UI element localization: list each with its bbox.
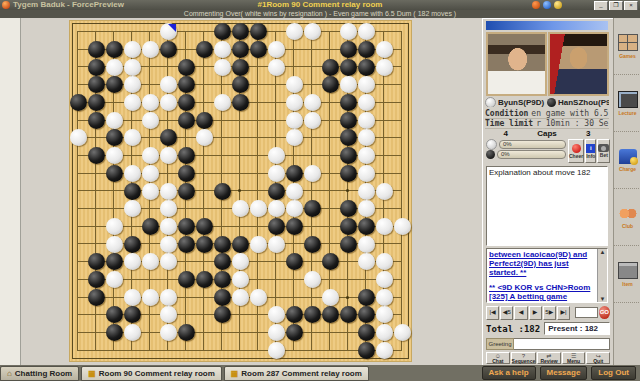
white-stone[interactable] — [160, 289, 177, 306]
black-stone[interactable] — [178, 94, 195, 111]
left-margin-strip — [0, 18, 21, 365]
white-vote-track: 0% — [499, 140, 566, 149]
nav-button-1[interactable]: ◀5 — [500, 306, 513, 320]
white-stone[interactable] — [214, 59, 231, 76]
black-stone[interactable] — [322, 59, 339, 76]
black-stone[interactable] — [106, 324, 123, 341]
club-icon — [619, 206, 637, 221]
bet-button[interactable]: Bet — [597, 139, 610, 163]
black-player-photo — [548, 32, 609, 96]
black-stone[interactable] — [286, 324, 303, 341]
black-stone[interactable] — [178, 324, 195, 341]
footer-buttons: Ask a helpMessageLog Out — [482, 366, 636, 380]
white-stone[interactable] — [250, 289, 267, 306]
black-stone[interactable] — [106, 165, 123, 182]
white-stone[interactable] — [394, 324, 411, 341]
white-stone[interactable] — [160, 306, 177, 323]
black-vote-bar: 0% — [486, 150, 566, 158]
white-stone[interactable] — [160, 23, 177, 40]
white-stone[interactable] — [268, 306, 285, 323]
greeting-row: Greeting — [486, 338, 610, 350]
white-stone[interactable] — [376, 59, 393, 76]
charge-label: Charge — [619, 166, 636, 172]
white-stone[interactable] — [322, 289, 339, 306]
white-stone[interactable] — [358, 200, 375, 217]
black-stone[interactable] — [178, 59, 195, 76]
black-stone[interactable] — [358, 289, 375, 306]
nav-button-4[interactable]: 5▶ — [543, 306, 556, 320]
white-player-name-row: ByunS(P9D) — [485, 97, 547, 107]
black-stone[interactable] — [88, 271, 105, 288]
lecture-label: Lecture — [618, 110, 636, 116]
black-stone[interactable] — [268, 183, 285, 200]
black-stone[interactable] — [340, 41, 357, 58]
white-stone[interactable] — [160, 147, 177, 164]
service-sidebar: GamesLectureChargeClubItem — [613, 18, 640, 365]
white-stone[interactable] — [340, 76, 357, 93]
cheer-icon — [572, 144, 581, 153]
white-stone[interactable] — [286, 23, 303, 40]
white-stone[interactable] — [160, 76, 177, 93]
chat-message: between icaoicao(9D) and Perfect2(9D) ha… — [489, 250, 596, 277]
black-stone[interactable] — [88, 41, 105, 58]
white-stone[interactable] — [232, 253, 249, 270]
white-stone[interactable] — [286, 200, 303, 217]
white-stone[interactable] — [124, 76, 141, 93]
chat-box[interactable]: between icaoicao(9D) and Perfect2(9D) ha… — [486, 248, 608, 303]
sidebar-item-charge[interactable]: Charge — [614, 132, 640, 189]
white-stone[interactable] — [160, 94, 177, 111]
white-stone[interactable] — [106, 147, 123, 164]
move-number-input[interactable] — [575, 307, 598, 318]
white-stone[interactable] — [142, 289, 159, 306]
greeting-label: Greeting — [486, 338, 514, 350]
total-moves-label: Total :182 — [486, 324, 540, 334]
black-captures-count: 3 — [568, 129, 609, 138]
black-stone[interactable] — [286, 253, 303, 270]
black-stone[interactable] — [196, 271, 213, 288]
white-stone[interactable] — [376, 183, 393, 200]
tab-room-1[interactable]: ▦Room 90 Comment relay room — [81, 366, 222, 381]
white-stone[interactable] — [142, 147, 159, 164]
black-stone[interactable] — [286, 218, 303, 235]
black-stone[interactable] — [124, 306, 141, 323]
black-stone[interactable] — [88, 147, 105, 164]
white-stone[interactable] — [376, 218, 393, 235]
white-stone[interactable] — [124, 289, 141, 306]
white-stone[interactable] — [286, 94, 303, 111]
white-stone[interactable] — [304, 112, 321, 129]
black-stone[interactable] — [214, 271, 231, 288]
explanation-box[interactable]: Explanation about move 182 — [486, 166, 608, 246]
white-stone[interactable] — [286, 183, 303, 200]
chat-message: ** <9D KOR vs CHN>Room [325] A betting g… — [489, 283, 596, 303]
game-result-bar: Commenting Over( white wins by resignati… — [0, 10, 640, 18]
black-stone[interactable] — [214, 253, 231, 270]
sidebar-item-item[interactable]: Item — [614, 246, 640, 303]
white-stone[interactable] — [376, 41, 393, 58]
white-stone[interactable] — [394, 218, 411, 235]
white-stone[interactable] — [124, 200, 141, 217]
black-stone[interactable] — [178, 112, 195, 129]
scroll-up-icon[interactable]: ▲ — [598, 249, 607, 255]
cheer-label: Cheer — [569, 153, 583, 159]
white-stone[interactable] — [70, 129, 87, 146]
nav-button-2[interactable]: ◀ — [514, 306, 527, 320]
black-stone[interactable] — [106, 306, 123, 323]
black-stone[interactable] — [178, 271, 195, 288]
board-grid[interactable] — [69, 23, 412, 362]
present-move-box: Present : 182 — [544, 322, 610, 335]
black-stone[interactable] — [358, 324, 375, 341]
white-stone[interactable] — [124, 324, 141, 341]
white-player-photo — [486, 32, 547, 96]
black-stone[interactable] — [178, 236, 195, 253]
white-stone[interactable] — [268, 200, 285, 217]
item-icon — [618, 262, 638, 279]
review-button[interactable]: ⇄Review — [537, 352, 561, 364]
menu-button[interactable]: ☰Menu — [562, 352, 586, 364]
quit-button[interactable]: ↪Quit — [586, 352, 610, 364]
white-stone-icon — [486, 139, 497, 150]
move-count-row: Total :182 Present : 182 — [486, 322, 610, 335]
white-stone[interactable] — [268, 324, 285, 341]
white-stone[interactable] — [160, 183, 177, 200]
chat-label: Chat — [492, 359, 503, 364]
white-stone[interactable] — [124, 94, 141, 111]
black-stone[interactable] — [340, 236, 357, 253]
white-stone[interactable] — [124, 41, 141, 58]
item-label: Item — [622, 281, 632, 287]
black-stone[interactable] — [358, 218, 375, 235]
white-stone[interactable] — [376, 342, 393, 359]
sidebar-item-club[interactable]: Club — [614, 189, 640, 246]
condition-value: en game with 6.5 D — [531, 109, 609, 118]
black-stone[interactable] — [358, 342, 375, 359]
tool-buttons: ☺Chat?Sequence⇄Review☰Menu↪Quit — [486, 352, 610, 364]
white-stone[interactable] — [340, 23, 357, 40]
white-vote-bar: 0% — [486, 140, 566, 148]
black-stone[interactable] — [232, 41, 249, 58]
white-stone[interactable] — [232, 289, 249, 306]
white-stone[interactable] — [376, 253, 393, 270]
white-stone[interactable] — [106, 112, 123, 129]
white-stone[interactable] — [358, 183, 375, 200]
black-stone[interactable] — [340, 200, 357, 217]
black-stone[interactable] — [178, 165, 195, 182]
black-stone[interactable] — [286, 306, 303, 323]
bottom-bar: ⌂Chatting Room▦Room 90 Comment relay roo… — [0, 365, 640, 381]
black-stone[interactable] — [178, 147, 195, 164]
white-stone[interactable] — [142, 41, 159, 58]
tab-label: Room 90 Comment relay room — [99, 367, 215, 380]
white-stone[interactable] — [124, 59, 141, 76]
captures-row: 4 Caps 3 — [485, 129, 609, 138]
black-stone[interactable] — [232, 94, 249, 111]
white-stone[interactable] — [268, 41, 285, 58]
black-stone[interactable] — [340, 218, 357, 235]
white-stone[interactable] — [214, 41, 231, 58]
white-stone[interactable] — [358, 147, 375, 164]
review-label: Review — [540, 359, 557, 364]
white-stone[interactable] — [142, 253, 159, 270]
club-label: Club — [622, 223, 633, 229]
black-stone[interactable] — [214, 236, 231, 253]
black-stone[interactable] — [232, 23, 249, 40]
info-button[interactable]: iInfo — [585, 139, 596, 163]
white-stone[interactable] — [142, 112, 159, 129]
titlebar-status-icons — [532, 1, 562, 9]
time-limit-value: r 10min : 30 Sec / — [536, 119, 609, 128]
white-player-name: ByunS(P9D) — [498, 98, 544, 107]
white-stone[interactable] — [286, 112, 303, 129]
tygem-go-client: { "game": "go", "window": { "title": "Ty… — [0, 0, 640, 381]
black-stone[interactable] — [358, 41, 375, 58]
white-stone[interactable] — [160, 253, 177, 270]
black-stone[interactable] — [178, 218, 195, 235]
black-stone[interactable] — [106, 76, 123, 93]
room-tabs: ⌂Chatting Room▦Room 90 Comment relay roo… — [0, 366, 369, 381]
black-stone[interactable] — [340, 112, 357, 129]
nav-button-3[interactable]: ▶ — [529, 306, 542, 320]
nav-button-5[interactable]: ▶| — [557, 306, 570, 320]
black-stone[interactable] — [232, 59, 249, 76]
white-stone[interactable] — [358, 165, 375, 182]
session-icon[interactable] — [532, 1, 540, 9]
white-stone[interactable] — [124, 129, 141, 146]
info-label: Info — [586, 153, 595, 159]
photo-panel-header — [486, 21, 608, 30]
cheer-button[interactable]: Cheer — [568, 139, 584, 163]
black-stone[interactable] — [214, 183, 231, 200]
sidebar-item-lecture[interactable]: Lecture — [614, 75, 640, 132]
info-buttons: CheeriInfoBet — [568, 139, 610, 163]
black-stone[interactable] — [340, 129, 357, 146]
go-board[interactable] — [69, 20, 412, 362]
message-button[interactable]: Message — [540, 366, 588, 380]
white-captures-count: 4 — [485, 129, 526, 138]
black-stone[interactable] — [142, 218, 159, 235]
white-stone[interactable] — [304, 23, 321, 40]
white-stone[interactable] — [160, 200, 177, 217]
white-stone[interactable] — [232, 271, 249, 288]
time-limit-label: Time limit — [485, 119, 533, 128]
white-stone[interactable] — [160, 218, 177, 235]
menu-label: Menu — [567, 359, 580, 364]
board-icon: ▦ — [231, 367, 239, 380]
white-stone[interactable] — [304, 165, 321, 182]
black-stone[interactable] — [358, 59, 375, 76]
condition-label: Condition — [485, 109, 528, 118]
white-stone[interactable] — [250, 200, 267, 217]
sidebar-item-games[interactable]: Games — [614, 18, 640, 75]
black-stone[interactable] — [340, 165, 357, 182]
white-stone[interactable] — [268, 342, 285, 359]
black-stone-icon — [547, 98, 556, 107]
black-stone[interactable] — [88, 253, 105, 270]
ask-a-help-button[interactable]: Ask a help — [482, 366, 536, 380]
black-stone[interactable] — [178, 76, 195, 93]
black-stone[interactable] — [340, 94, 357, 111]
black-stone[interactable] — [160, 129, 177, 146]
black-stone[interactable] — [88, 94, 105, 111]
black-stone[interactable] — [232, 236, 249, 253]
info-icon: i — [586, 144, 595, 153]
game-info-panel: ByunS(P9D) HanSZhou(P9D) Condition en ga… — [482, 18, 614, 367]
tab-room-2[interactable]: ▦Room 287 Comment relay room — [224, 366, 369, 381]
black-stone[interactable] — [196, 41, 213, 58]
black-stone[interactable] — [106, 129, 123, 146]
white-stone[interactable] — [304, 271, 321, 288]
lamp-icon[interactable] — [554, 1, 562, 9]
charge-icon — [619, 149, 637, 164]
white-stone[interactable] — [214, 94, 231, 111]
captures-label: Caps — [526, 129, 567, 138]
white-stone[interactable] — [358, 23, 375, 40]
white-stone[interactable] — [358, 76, 375, 93]
tab-label: Chatting Room — [15, 367, 72, 380]
black-stone[interactable] — [196, 236, 213, 253]
black-vote-track: 0% — [497, 150, 566, 159]
move-navigation: |◀◀5◀▶5▶▶| GO — [486, 306, 610, 319]
black-stone[interactable] — [196, 218, 213, 235]
greeting-input[interactable] — [514, 338, 610, 350]
white-stone[interactable] — [160, 236, 177, 253]
black-stone[interactable] — [268, 218, 285, 235]
black-player-name-row: HanSZhou(P9D) — [547, 97, 609, 107]
last-move-marker — [168, 24, 176, 32]
black-stone[interactable] — [250, 23, 267, 40]
black-stone[interactable] — [214, 23, 231, 40]
black-stone[interactable] — [286, 165, 303, 182]
white-stone[interactable] — [376, 289, 393, 306]
white-stone[interactable] — [376, 324, 393, 341]
black-stone[interactable] — [106, 41, 123, 58]
condition-row: Condition en game with 6.5 D — [485, 109, 609, 119]
white-stone[interactable] — [358, 129, 375, 146]
bet-icon — [598, 144, 609, 152]
black-stone[interactable] — [304, 236, 321, 253]
white-stone[interactable] — [304, 94, 321, 111]
white-stone[interactable] — [358, 253, 375, 270]
black-stone[interactable] — [214, 306, 231, 323]
black-stone[interactable] — [178, 183, 195, 200]
white-stone[interactable] — [160, 324, 177, 341]
black-stone-icon — [486, 150, 495, 159]
white-stone[interactable] — [106, 236, 123, 253]
white-stone[interactable] — [268, 59, 285, 76]
black-stone[interactable] — [124, 236, 141, 253]
black-stone[interactable] — [322, 76, 339, 93]
lecture-icon — [618, 91, 638, 108]
black-stone[interactable] — [322, 253, 339, 270]
scroll-down-icon[interactable]: ▼ — [598, 296, 607, 302]
white-stone[interactable] — [106, 218, 123, 235]
black-stone[interactable] — [340, 147, 357, 164]
sequence-label: Sequence — [512, 359, 536, 364]
log-out-button[interactable]: Log Out — [591, 366, 636, 380]
white-stone[interactable] — [196, 129, 213, 146]
black-stone[interactable] — [196, 112, 213, 129]
black-stone[interactable] — [214, 289, 231, 306]
black-stone[interactable] — [88, 59, 105, 76]
nav-button-0[interactable]: |◀ — [486, 306, 499, 320]
board-icon: ▦ — [88, 367, 96, 380]
white-stone[interactable] — [268, 147, 285, 164]
black-stone[interactable] — [250, 41, 267, 58]
white-stone[interactable] — [268, 236, 285, 253]
globe-icon[interactable] — [543, 1, 551, 9]
tab-chatting-room[interactable]: ⌂Chatting Room — [0, 366, 79, 381]
chat-button[interactable]: ☺Chat — [486, 352, 510, 364]
black-stone[interactable] — [88, 76, 105, 93]
go-button[interactable]: GO — [599, 306, 610, 319]
white-stone-icon — [485, 97, 496, 107]
black-stone[interactable] — [340, 59, 357, 76]
tab-label: Room 287 Comment relay room — [241, 367, 361, 380]
quit-label: Quit — [593, 359, 603, 364]
white-stone[interactable] — [376, 271, 393, 288]
white-stone[interactable] — [376, 306, 393, 323]
white-stone[interactable] — [106, 271, 123, 288]
bet-label: Bet — [600, 152, 608, 158]
white-stone[interactable] — [286, 129, 303, 146]
sequence-button[interactable]: ?Sequence — [511, 352, 537, 364]
white-stone[interactable] — [124, 165, 141, 182]
white-stone[interactable] — [268, 165, 285, 182]
black-stone[interactable] — [160, 41, 177, 58]
white-stone[interactable] — [232, 200, 249, 217]
black-stone[interactable] — [124, 183, 141, 200]
games-icon — [618, 34, 638, 51]
home-icon: ⌂ — [7, 367, 12, 380]
white-stone[interactable] — [142, 94, 159, 111]
white-stone[interactable] — [286, 76, 303, 93]
white-stone[interactable] — [142, 165, 159, 182]
time-limit-row: Time limit r 10min : 30 Sec / — [485, 119, 609, 129]
black-stone[interactable] — [106, 253, 123, 270]
black-stone[interactable] — [322, 306, 339, 323]
black-player-name: HanSZhou(P9D) — [558, 98, 609, 107]
explanation-text: Explanation about move 182 — [489, 168, 590, 177]
black-stone[interactable] — [340, 306, 357, 323]
black-stone[interactable] — [358, 306, 375, 323]
white-stone[interactable] — [124, 253, 141, 270]
white-stone[interactable] — [142, 183, 159, 200]
white-stone[interactable] — [250, 236, 267, 253]
white-stone[interactable] — [358, 94, 375, 111]
black-stone[interactable] — [304, 306, 321, 323]
white-stone[interactable] — [106, 59, 123, 76]
chat-scrollbar[interactable]: ▲▼ — [597, 249, 607, 302]
black-stone[interactable] — [88, 289, 105, 306]
black-stone[interactable] — [304, 200, 321, 217]
games-label: Games — [619, 53, 636, 59]
white-stone[interactable] — [358, 112, 375, 129]
black-stone[interactable] — [70, 94, 87, 111]
titlebar[interactable]: Tygem Baduk - ForcePreview #1Room 90 Com… — [0, 0, 640, 10]
white-stone[interactable] — [358, 236, 375, 253]
black-stone[interactable] — [232, 76, 249, 93]
black-stone[interactable] — [88, 112, 105, 129]
